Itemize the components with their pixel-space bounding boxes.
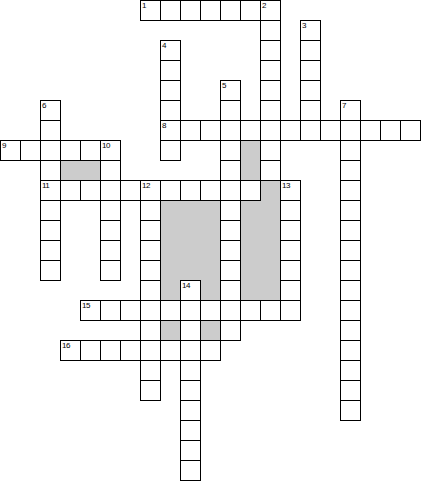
- answer-cell[interactable]: [180, 280, 201, 301]
- answer-cell[interactable]: [280, 120, 301, 141]
- answer-cell[interactable]: [260, 80, 281, 101]
- blocked-cell: [180, 220, 201, 241]
- answer-cell[interactable]: [340, 300, 361, 321]
- answer-cell[interactable]: [220, 240, 241, 261]
- blocked-cell: [180, 200, 201, 221]
- answer-cell[interactable]: [260, 40, 281, 61]
- answer-cell[interactable]: [40, 160, 61, 181]
- answer-cell[interactable]: [180, 120, 201, 141]
- blocked-cell: [240, 220, 261, 241]
- blocked-cell: [240, 140, 261, 161]
- answer-cell[interactable]: [220, 280, 241, 301]
- answer-cell[interactable]: [280, 280, 301, 301]
- answer-cell[interactable]: [60, 140, 81, 161]
- answer-cell[interactable]: [100, 160, 121, 181]
- answer-cell[interactable]: [160, 120, 181, 141]
- answer-cell[interactable]: [220, 140, 241, 161]
- answer-cell[interactable]: [260, 0, 281, 21]
- answer-cell[interactable]: [80, 180, 101, 201]
- answer-cell[interactable]: [180, 180, 201, 201]
- answer-cell[interactable]: [140, 280, 161, 301]
- blocked-cell: [160, 200, 181, 221]
- answer-cell[interactable]: [40, 140, 61, 161]
- blocked-cell: [240, 160, 261, 181]
- answer-cell[interactable]: [160, 40, 181, 61]
- answer-cell[interactable]: [100, 180, 121, 201]
- answer-cell[interactable]: [140, 240, 161, 261]
- answer-cell[interactable]: [100, 220, 121, 241]
- answer-cell[interactable]: [140, 380, 161, 401]
- blocked-cell: [240, 260, 261, 281]
- answer-cell[interactable]: [180, 440, 201, 461]
- answer-cell[interactable]: [220, 220, 241, 241]
- answer-cell[interactable]: [400, 120, 421, 141]
- answer-cell[interactable]: [100, 340, 121, 361]
- blocked-cell: [240, 200, 261, 221]
- blocked-cell: [160, 220, 181, 241]
- answer-cell[interactable]: [40, 180, 61, 201]
- blocked-cell: [200, 200, 221, 221]
- answer-cell[interactable]: [340, 360, 361, 381]
- answer-cell[interactable]: [340, 400, 361, 421]
- answer-cell[interactable]: [180, 380, 201, 401]
- answer-cell[interactable]: [280, 240, 301, 261]
- answer-cell[interactable]: [220, 180, 241, 201]
- answer-cell[interactable]: [40, 120, 61, 141]
- answer-cell[interactable]: [40, 220, 61, 241]
- answer-cell[interactable]: [260, 120, 281, 141]
- answer-cell[interactable]: [220, 0, 241, 21]
- answer-cell[interactable]: [40, 240, 61, 261]
- answer-cell[interactable]: [340, 220, 361, 241]
- answer-cell[interactable]: [180, 400, 201, 421]
- answer-cell[interactable]: [100, 260, 121, 281]
- answer-cell[interactable]: [300, 100, 321, 121]
- blocked-cell: [180, 240, 201, 261]
- answer-cell[interactable]: [80, 140, 101, 161]
- answer-cell[interactable]: [200, 0, 221, 21]
- answer-cell[interactable]: [140, 320, 161, 341]
- answer-cell[interactable]: [260, 20, 281, 41]
- blocked-cell: [260, 240, 281, 261]
- answer-cell[interactable]: [100, 140, 121, 161]
- answer-cell[interactable]: [240, 180, 261, 201]
- answer-cell[interactable]: [360, 120, 381, 141]
- answer-cell[interactable]: [300, 60, 321, 81]
- answer-cell[interactable]: [300, 40, 321, 61]
- answer-cell[interactable]: [340, 200, 361, 221]
- blocked-cell: [240, 240, 261, 261]
- answer-cell[interactable]: [60, 340, 81, 361]
- answer-cell[interactable]: [180, 320, 201, 341]
- blocked-cell: [240, 280, 261, 301]
- answer-cell[interactable]: [160, 340, 181, 361]
- crossword-grid: 12345678910111213141516: [0, 0, 421, 481]
- answer-cell[interactable]: [80, 340, 101, 361]
- blocked-cell: [180, 260, 201, 281]
- answer-cell[interactable]: [280, 260, 301, 281]
- answer-cell[interactable]: [340, 140, 361, 161]
- answer-cell[interactable]: [340, 100, 361, 121]
- answer-cell[interactable]: [340, 180, 361, 201]
- answer-cell[interactable]: [340, 240, 361, 261]
- answer-cell[interactable]: [120, 180, 141, 201]
- answer-cell[interactable]: [140, 360, 161, 381]
- blocked-cell: [260, 280, 281, 301]
- answer-cell[interactable]: [140, 180, 161, 201]
- answer-cell[interactable]: [260, 300, 281, 321]
- answer-cell[interactable]: [280, 220, 301, 241]
- blocked-cell: [200, 280, 221, 301]
- answer-cell[interactable]: [140, 200, 161, 221]
- answer-cell[interactable]: [100, 300, 121, 321]
- answer-cell[interactable]: [180, 420, 201, 441]
- answer-cell[interactable]: [180, 340, 201, 361]
- blocked-cell: [60, 160, 81, 181]
- answer-cell[interactable]: [140, 300, 161, 321]
- answer-cell[interactable]: [20, 140, 41, 161]
- answer-cell[interactable]: [140, 260, 161, 281]
- answer-cell[interactable]: [340, 340, 361, 361]
- answer-cell[interactable]: [220, 200, 241, 221]
- answer-cell[interactable]: [220, 320, 241, 341]
- answer-cell[interactable]: [300, 20, 321, 41]
- answer-cell[interactable]: [300, 80, 321, 101]
- answer-cell[interactable]: [160, 180, 181, 201]
- blocked-cell: [160, 280, 181, 301]
- answer-cell[interactable]: [120, 340, 141, 361]
- blocked-cell: [260, 200, 281, 221]
- answer-cell[interactable]: [40, 100, 61, 121]
- answer-cell[interactable]: [300, 120, 321, 141]
- answer-cell[interactable]: [220, 260, 241, 281]
- answer-cell[interactable]: [0, 140, 21, 161]
- answer-cell[interactable]: [260, 100, 281, 121]
- answer-cell[interactable]: [260, 140, 281, 161]
- answer-cell[interactable]: [280, 300, 301, 321]
- answer-cell[interactable]: [160, 100, 181, 121]
- answer-cell[interactable]: [280, 200, 301, 221]
- blocked-cell: [200, 220, 221, 241]
- answer-cell[interactable]: [220, 80, 241, 101]
- answer-cell[interactable]: [140, 220, 161, 241]
- answer-cell[interactable]: [280, 180, 301, 201]
- answer-cell[interactable]: [320, 120, 341, 141]
- answer-cell[interactable]: [340, 160, 361, 181]
- answer-cell[interactable]: [200, 120, 221, 141]
- blocked-cell: [160, 320, 181, 341]
- answer-cell[interactable]: [40, 200, 61, 221]
- answer-cell[interactable]: [160, 140, 181, 161]
- answer-cell[interactable]: [180, 300, 201, 321]
- blocked-cell: [80, 160, 101, 181]
- answer-cell[interactable]: [80, 300, 101, 321]
- answer-cell[interactable]: [240, 120, 261, 141]
- answer-cell[interactable]: [40, 260, 61, 281]
- answer-cell[interactable]: [340, 280, 361, 301]
- answer-cell[interactable]: [220, 300, 241, 321]
- answer-cell[interactable]: [340, 260, 361, 281]
- answer-cell[interactable]: [160, 0, 181, 21]
- blocked-cell: [200, 240, 221, 261]
- blocked-cell: [260, 180, 281, 201]
- answer-cell[interactable]: [220, 120, 241, 141]
- answer-cell[interactable]: [380, 120, 401, 141]
- answer-cell[interactable]: [220, 160, 241, 181]
- answer-cell[interactable]: [240, 0, 261, 21]
- answer-cell[interactable]: [160, 300, 181, 321]
- answer-cell[interactable]: [120, 300, 141, 321]
- blocked-cell: [260, 260, 281, 281]
- answer-cell[interactable]: [60, 180, 81, 201]
- blocked-cell: [160, 260, 181, 281]
- answer-cell[interactable]: [140, 0, 161, 21]
- answer-cell[interactable]: [100, 200, 121, 221]
- answer-cell[interactable]: [180, 0, 201, 21]
- answer-cell[interactable]: [100, 240, 121, 261]
- answer-cell[interactable]: [160, 80, 181, 101]
- answer-cell[interactable]: [180, 460, 201, 481]
- blocked-cell: [160, 240, 181, 261]
- answer-cell[interactable]: [200, 180, 221, 201]
- answer-cell[interactable]: [140, 340, 161, 361]
- answer-cell[interactable]: [260, 160, 281, 181]
- answer-cell[interactable]: [240, 300, 261, 321]
- answer-cell[interactable]: [160, 60, 181, 81]
- blocked-cell: [200, 320, 221, 341]
- answer-cell[interactable]: [340, 380, 361, 401]
- answer-cell[interactable]: [340, 320, 361, 341]
- answer-cell[interactable]: [340, 120, 361, 141]
- answer-cell[interactable]: [260, 60, 281, 81]
- answer-cell[interactable]: [220, 100, 241, 121]
- answer-cell[interactable]: [200, 300, 221, 321]
- answer-cell[interactable]: [200, 340, 221, 361]
- answer-cell[interactable]: [180, 360, 201, 381]
- blocked-cell: [260, 220, 281, 241]
- blocked-cell: [200, 260, 221, 281]
